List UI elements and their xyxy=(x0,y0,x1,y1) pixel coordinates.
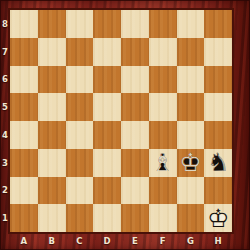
square-h1[interactable]: ♚♔ xyxy=(204,204,232,232)
square-d3[interactable] xyxy=(93,149,121,177)
file-label-h: H xyxy=(204,232,232,250)
square-c6[interactable] xyxy=(66,66,94,94)
square-b3[interactable] xyxy=(38,149,66,177)
square-a2[interactable] xyxy=(10,177,38,205)
rank-labels: 87654321 xyxy=(0,10,10,232)
square-e1[interactable] xyxy=(121,204,149,232)
file-label-f: F xyxy=(149,232,177,250)
piece-black-king[interactable]: ♚♔ xyxy=(177,149,205,177)
square-c8[interactable] xyxy=(66,10,94,38)
file-label-a: A xyxy=(10,232,38,250)
black-bishop-detail-glyph: ♗ xyxy=(149,149,177,177)
square-b8[interactable] xyxy=(38,10,66,38)
square-b1[interactable] xyxy=(38,204,66,232)
square-b5[interactable] xyxy=(38,93,66,121)
square-g3[interactable]: ♚♔ xyxy=(177,149,205,177)
square-d5[interactable] xyxy=(93,93,121,121)
square-f6[interactable] xyxy=(149,66,177,94)
chess-board[interactable]: ♝♗♚♔♞♘♚♔ xyxy=(10,10,232,232)
square-h2[interactable] xyxy=(204,177,232,205)
square-c2[interactable] xyxy=(66,177,94,205)
chess-diagram: 87654321 ♝♗♚♔♞♘♚♔ ABCDEFGH xyxy=(0,0,250,250)
square-f5[interactable] xyxy=(149,93,177,121)
square-d1[interactable] xyxy=(93,204,121,232)
square-g4[interactable] xyxy=(177,121,205,149)
file-label-g: G xyxy=(177,232,205,250)
square-c1[interactable] xyxy=(66,204,94,232)
rank-label-2: 2 xyxy=(0,177,10,205)
square-e2[interactable] xyxy=(121,177,149,205)
square-h6[interactable] xyxy=(204,66,232,94)
square-e3[interactable] xyxy=(121,149,149,177)
square-b2[interactable] xyxy=(38,177,66,205)
square-b4[interactable] xyxy=(38,121,66,149)
square-h4[interactable] xyxy=(204,121,232,149)
square-c3[interactable] xyxy=(66,149,94,177)
rank-label-7: 7 xyxy=(0,38,10,66)
square-f1[interactable] xyxy=(149,204,177,232)
rank-label-1: 1 xyxy=(0,204,10,232)
file-label-c: C xyxy=(66,232,94,250)
square-e6[interactable] xyxy=(121,66,149,94)
square-a4[interactable] xyxy=(10,121,38,149)
square-a7[interactable] xyxy=(10,38,38,66)
square-c7[interactable] xyxy=(66,38,94,66)
square-h5[interactable] xyxy=(204,93,232,121)
square-e5[interactable] xyxy=(121,93,149,121)
square-g7[interactable] xyxy=(177,38,205,66)
square-g1[interactable] xyxy=(177,204,205,232)
square-d2[interactable] xyxy=(93,177,121,205)
square-h7[interactable] xyxy=(204,38,232,66)
square-g6[interactable] xyxy=(177,66,205,94)
square-a8[interactable] xyxy=(10,10,38,38)
square-a3[interactable] xyxy=(10,149,38,177)
square-b7[interactable] xyxy=(38,38,66,66)
square-e7[interactable] xyxy=(121,38,149,66)
square-f7[interactable] xyxy=(149,38,177,66)
square-c5[interactable] xyxy=(66,93,94,121)
white-king-detail-glyph: ♔ xyxy=(204,204,232,232)
square-e8[interactable] xyxy=(121,10,149,38)
piece-black-knight[interactable]: ♞♘ xyxy=(204,149,232,177)
file-label-b: B xyxy=(38,232,66,250)
piece-white-king[interactable]: ♚♔ xyxy=(204,204,232,232)
rank-label-8: 8 xyxy=(0,10,10,38)
square-c4[interactable] xyxy=(66,121,94,149)
file-label-e: E xyxy=(121,232,149,250)
square-f2[interactable] xyxy=(149,177,177,205)
square-d7[interactable] xyxy=(93,38,121,66)
rank-label-5: 5 xyxy=(0,93,10,121)
square-a5[interactable] xyxy=(10,93,38,121)
square-g5[interactable] xyxy=(177,93,205,121)
square-a1[interactable] xyxy=(10,204,38,232)
black-king-detail-glyph: ♔ xyxy=(177,149,205,177)
square-f8[interactable] xyxy=(149,10,177,38)
rank-label-4: 4 xyxy=(0,121,10,149)
square-b6[interactable] xyxy=(38,66,66,94)
file-label-d: D xyxy=(93,232,121,250)
square-d8[interactable] xyxy=(93,10,121,38)
rank-label-6: 6 xyxy=(0,66,10,94)
square-h3[interactable]: ♞♘ xyxy=(204,149,232,177)
square-e4[interactable] xyxy=(121,121,149,149)
square-g2[interactable] xyxy=(177,177,205,205)
square-f4[interactable] xyxy=(149,121,177,149)
file-labels: ABCDEFGH xyxy=(10,232,232,250)
black-knight-detail-glyph: ♘ xyxy=(204,149,232,177)
square-f3[interactable]: ♝♗ xyxy=(149,149,177,177)
square-a6[interactable] xyxy=(10,66,38,94)
piece-black-bishop[interactable]: ♝♗ xyxy=(149,149,177,177)
square-g8[interactable] xyxy=(177,10,205,38)
square-d4[interactable] xyxy=(93,121,121,149)
square-d6[interactable] xyxy=(93,66,121,94)
square-h8[interactable] xyxy=(204,10,232,38)
rank-label-3: 3 xyxy=(0,149,10,177)
